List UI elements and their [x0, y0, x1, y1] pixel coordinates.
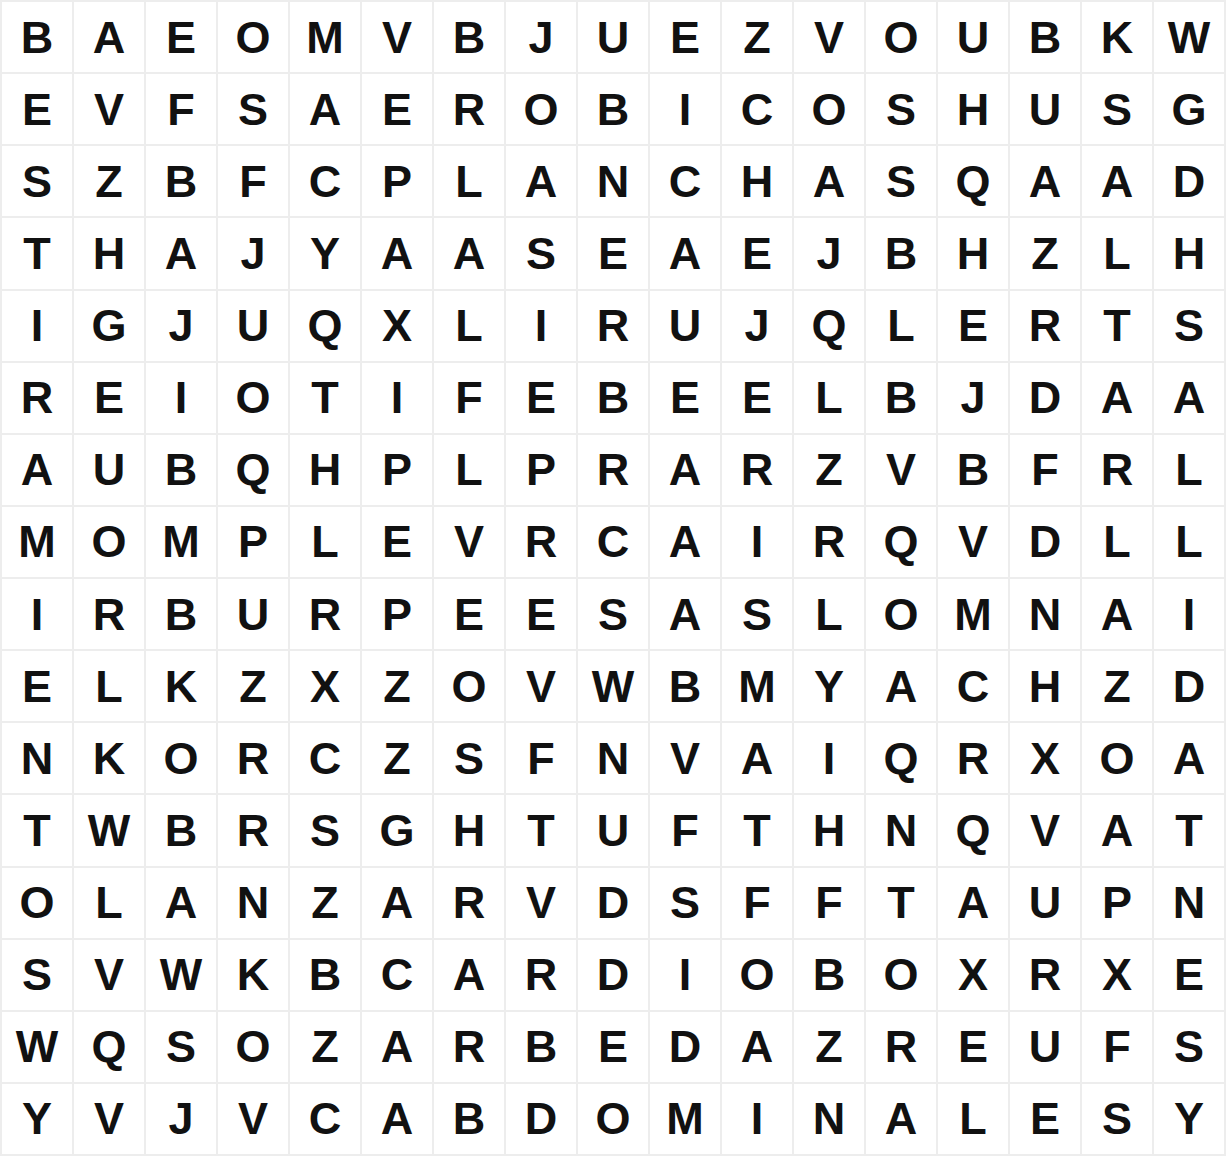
grid-cell[interactable]: E — [506, 363, 576, 433]
grid-cell[interactable]: A — [146, 218, 216, 288]
grid-cell[interactable]: A — [146, 868, 216, 938]
grid-cell[interactable]: S — [146, 1012, 216, 1082]
grid-cell[interactable]: B — [434, 2, 504, 72]
grid-cell[interactable]: A — [290, 74, 360, 144]
grid-cell[interactable]: O — [2, 868, 72, 938]
grid-cell[interactable]: H — [74, 218, 144, 288]
grid-cell[interactable]: A — [74, 2, 144, 72]
grid-cell[interactable]: Q — [938, 146, 1008, 216]
grid-cell[interactable]: F — [1010, 435, 1080, 505]
grid-cell[interactable]: Y — [290, 218, 360, 288]
grid-cell[interactable]: X — [1010, 723, 1080, 793]
grid-cell[interactable]: C — [650, 146, 720, 216]
grid-cell[interactable]: E — [1010, 1084, 1080, 1154]
grid-cell[interactable]: B — [938, 435, 1008, 505]
grid-cell[interactable]: Z — [794, 435, 864, 505]
grid-cell[interactable]: B — [146, 579, 216, 649]
grid-cell[interactable]: V — [362, 2, 432, 72]
grid-cell[interactable]: N — [1154, 868, 1224, 938]
grid-cell[interactable]: A — [650, 507, 720, 577]
grid-cell[interactable]: S — [2, 146, 72, 216]
grid-cell[interactable]: B — [1010, 2, 1080, 72]
grid-cell[interactable]: B — [506, 1012, 576, 1082]
grid-cell[interactable]: P — [362, 435, 432, 505]
grid-cell[interactable]: A — [722, 1012, 792, 1082]
grid-cell[interactable]: S — [650, 868, 720, 938]
grid-cell[interactable]: X — [362, 291, 432, 361]
grid-cell[interactable]: S — [866, 74, 936, 144]
grid-cell[interactable]: Z — [218, 651, 288, 721]
grid-cell[interactable]: A — [362, 218, 432, 288]
grid-cell[interactable]: X — [290, 651, 360, 721]
grid-cell[interactable]: E — [1154, 940, 1224, 1010]
grid-cell[interactable]: R — [722, 435, 792, 505]
grid-cell[interactable]: L — [1082, 218, 1152, 288]
grid-cell[interactable]: F — [146, 74, 216, 144]
grid-cell[interactable]: S — [290, 795, 360, 865]
grid-cell[interactable]: T — [866, 868, 936, 938]
grid-cell[interactable]: A — [506, 146, 576, 216]
grid-cell[interactable]: Y — [794, 651, 864, 721]
grid-cell[interactable]: K — [74, 723, 144, 793]
grid-cell[interactable]: H — [722, 146, 792, 216]
grid-cell[interactable]: I — [722, 1084, 792, 1154]
grid-cell[interactable]: I — [2, 579, 72, 649]
grid-cell[interactable]: G — [74, 291, 144, 361]
grid-cell[interactable]: F — [794, 868, 864, 938]
grid-cell[interactable]: E — [722, 363, 792, 433]
grid-cell[interactable]: H — [1154, 218, 1224, 288]
grid-cell[interactable]: H — [938, 74, 1008, 144]
grid-cell[interactable]: A — [1154, 723, 1224, 793]
grid-cell[interactable]: Z — [794, 1012, 864, 1082]
grid-cell[interactable]: T — [290, 363, 360, 433]
grid-cell[interactable]: U — [218, 291, 288, 361]
grid-cell[interactable]: Z — [290, 1012, 360, 1082]
grid-cell[interactable]: A — [1154, 363, 1224, 433]
grid-cell[interactable]: P — [218, 507, 288, 577]
grid-cell[interactable]: A — [938, 868, 1008, 938]
grid-cell[interactable]: H — [290, 435, 360, 505]
grid-cell[interactable]: I — [722, 507, 792, 577]
grid-cell[interactable]: S — [1082, 1084, 1152, 1154]
grid-cell[interactable]: P — [362, 579, 432, 649]
grid-cell[interactable]: P — [1082, 868, 1152, 938]
grid-cell[interactable]: R — [218, 795, 288, 865]
grid-cell[interactable]: R — [218, 723, 288, 793]
grid-cell[interactable]: S — [2, 940, 72, 1010]
grid-cell[interactable]: R — [1010, 291, 1080, 361]
grid-cell[interactable]: E — [434, 579, 504, 649]
grid-cell[interactable]: V — [434, 507, 504, 577]
grid-cell[interactable]: N — [218, 868, 288, 938]
grid-cell[interactable]: V — [794, 2, 864, 72]
grid-cell[interactable]: W — [74, 795, 144, 865]
grid-cell[interactable]: A — [1010, 146, 1080, 216]
grid-cell[interactable]: B — [434, 1084, 504, 1154]
grid-cell[interactable]: L — [434, 146, 504, 216]
grid-cell[interactable]: D — [578, 940, 648, 1010]
grid-cell[interactable]: B — [146, 146, 216, 216]
grid-cell[interactable]: Z — [722, 2, 792, 72]
grid-cell[interactable]: O — [218, 363, 288, 433]
grid-cell[interactable]: F — [1082, 1012, 1152, 1082]
grid-cell[interactable]: L — [1154, 507, 1224, 577]
grid-cell[interactable]: R — [578, 435, 648, 505]
grid-cell[interactable]: Z — [1082, 651, 1152, 721]
grid-cell[interactable]: N — [866, 795, 936, 865]
grid-cell[interactable]: R — [578, 291, 648, 361]
grid-cell[interactable]: D — [1154, 651, 1224, 721]
grid-cell[interactable]: A — [650, 218, 720, 288]
grid-cell[interactable]: A — [362, 868, 432, 938]
grid-cell[interactable]: L — [794, 579, 864, 649]
grid-cell[interactable]: L — [74, 868, 144, 938]
grid-cell[interactable]: E — [362, 507, 432, 577]
grid-cell[interactable]: L — [74, 651, 144, 721]
grid-cell[interactable]: Z — [362, 723, 432, 793]
grid-cell[interactable]: J — [506, 2, 576, 72]
grid-cell[interactable]: U — [578, 795, 648, 865]
grid-cell[interactable]: O — [866, 940, 936, 1010]
grid-cell[interactable]: Q — [74, 1012, 144, 1082]
grid-cell[interactable]: K — [1082, 2, 1152, 72]
grid-cell[interactable]: M — [650, 1084, 720, 1154]
grid-cell[interactable]: U — [938, 2, 1008, 72]
grid-cell[interactable]: I — [362, 363, 432, 433]
grid-cell[interactable]: W — [578, 651, 648, 721]
grid-cell[interactable]: F — [434, 363, 504, 433]
grid-cell[interactable]: C — [722, 74, 792, 144]
grid-cell[interactable]: Q — [938, 795, 1008, 865]
grid-cell[interactable]: Z — [1010, 218, 1080, 288]
grid-cell[interactable]: S — [1154, 1012, 1224, 1082]
grid-cell[interactable]: R — [434, 1012, 504, 1082]
grid-cell[interactable]: I — [1154, 579, 1224, 649]
grid-cell[interactable]: E — [650, 2, 720, 72]
grid-cell[interactable]: B — [650, 651, 720, 721]
grid-cell[interactable]: O — [506, 74, 576, 144]
grid-cell[interactable]: I — [2, 291, 72, 361]
grid-cell[interactable]: F — [218, 146, 288, 216]
grid-cell[interactable]: C — [290, 146, 360, 216]
grid-cell[interactable]: A — [434, 218, 504, 288]
grid-cell[interactable]: A — [794, 146, 864, 216]
grid-cell[interactable]: L — [1082, 507, 1152, 577]
grid-cell[interactable]: S — [1082, 74, 1152, 144]
grid-cell[interactable]: M — [938, 579, 1008, 649]
grid-cell[interactable]: V — [74, 74, 144, 144]
grid-cell[interactable]: C — [362, 940, 432, 1010]
grid-cell[interactable]: L — [290, 507, 360, 577]
grid-cell[interactable]: L — [866, 291, 936, 361]
grid-cell[interactable]: R — [506, 507, 576, 577]
grid-cell[interactable]: M — [146, 507, 216, 577]
grid-cell[interactable]: H — [1010, 651, 1080, 721]
grid-cell[interactable]: S — [506, 218, 576, 288]
grid-cell[interactable]: A — [866, 651, 936, 721]
grid-cell[interactable]: H — [938, 218, 1008, 288]
grid-cell[interactable]: O — [722, 940, 792, 1010]
grid-cell[interactable]: I — [146, 363, 216, 433]
grid-cell[interactable]: A — [2, 435, 72, 505]
grid-cell[interactable]: W — [146, 940, 216, 1010]
grid-cell[interactable]: O — [578, 1084, 648, 1154]
grid-cell[interactable]: T — [1082, 291, 1152, 361]
grid-cell[interactable]: A — [362, 1012, 432, 1082]
grid-cell[interactable]: Z — [74, 146, 144, 216]
grid-cell[interactable]: V — [218, 1084, 288, 1154]
grid-cell[interactable]: V — [506, 868, 576, 938]
grid-cell[interactable]: R — [1010, 940, 1080, 1010]
grid-cell[interactable]: V — [938, 507, 1008, 577]
grid-cell[interactable]: B — [578, 74, 648, 144]
grid-cell[interactable]: T — [1154, 795, 1224, 865]
grid-cell[interactable]: W — [2, 1012, 72, 1082]
grid-cell[interactable]: A — [1082, 579, 1152, 649]
grid-cell[interactable]: O — [1082, 723, 1152, 793]
grid-cell[interactable]: G — [1154, 74, 1224, 144]
grid-cell[interactable]: A — [362, 1084, 432, 1154]
grid-cell[interactable]: I — [506, 291, 576, 361]
grid-cell[interactable]: R — [866, 1012, 936, 1082]
grid-cell[interactable]: A — [1082, 363, 1152, 433]
grid-cell[interactable]: N — [578, 146, 648, 216]
grid-cell[interactable]: D — [650, 1012, 720, 1082]
grid-cell[interactable]: V — [506, 651, 576, 721]
grid-cell[interactable]: N — [2, 723, 72, 793]
grid-cell[interactable]: F — [722, 868, 792, 938]
grid-cell[interactable]: U — [1010, 1012, 1080, 1082]
grid-cell[interactable]: Q — [866, 723, 936, 793]
grid-cell[interactable]: A — [1082, 795, 1152, 865]
grid-cell[interactable]: V — [74, 1084, 144, 1154]
grid-cell[interactable]: E — [650, 363, 720, 433]
grid-cell[interactable]: R — [506, 940, 576, 1010]
grid-cell[interactable]: M — [722, 651, 792, 721]
grid-cell[interactable]: E — [362, 74, 432, 144]
grid-cell[interactable]: B — [290, 940, 360, 1010]
grid-cell[interactable]: L — [434, 435, 504, 505]
grid-cell[interactable]: O — [146, 723, 216, 793]
grid-cell[interactable]: E — [506, 579, 576, 649]
grid-cell[interactable]: J — [938, 363, 1008, 433]
grid-cell[interactable]: A — [650, 435, 720, 505]
grid-cell[interactable]: J — [146, 1084, 216, 1154]
grid-cell[interactable]: Z — [362, 651, 432, 721]
grid-cell[interactable]: O — [218, 1012, 288, 1082]
grid-cell[interactable]: Z — [290, 868, 360, 938]
grid-cell[interactable]: I — [650, 74, 720, 144]
grid-cell[interactable]: U — [74, 435, 144, 505]
grid-cell[interactable]: F — [650, 795, 720, 865]
grid-cell[interactable]: E — [578, 1012, 648, 1082]
grid-cell[interactable]: I — [794, 723, 864, 793]
grid-cell[interactable]: A — [1082, 146, 1152, 216]
grid-cell[interactable]: S — [434, 723, 504, 793]
grid-cell[interactable]: Y — [2, 1084, 72, 1154]
grid-cell[interactable]: C — [290, 723, 360, 793]
grid-cell[interactable]: C — [938, 651, 1008, 721]
grid-cell[interactable]: R — [938, 723, 1008, 793]
grid-cell[interactable]: L — [434, 291, 504, 361]
grid-cell[interactable]: U — [1010, 868, 1080, 938]
grid-cell[interactable]: D — [1010, 507, 1080, 577]
grid-cell[interactable]: V — [1010, 795, 1080, 865]
grid-cell[interactable]: J — [218, 218, 288, 288]
grid-cell[interactable]: N — [1010, 579, 1080, 649]
grid-cell[interactable]: B — [578, 363, 648, 433]
grid-cell[interactable]: B — [794, 940, 864, 1010]
grid-cell[interactable]: T — [722, 795, 792, 865]
grid-cell[interactable]: S — [218, 74, 288, 144]
grid-cell[interactable]: K — [146, 651, 216, 721]
grid-cell[interactable]: J — [146, 291, 216, 361]
grid-cell[interactable]: H — [434, 795, 504, 865]
grid-cell[interactable]: T — [2, 795, 72, 865]
grid-cell[interactable]: P — [506, 435, 576, 505]
grid-cell[interactable]: L — [1154, 435, 1224, 505]
grid-cell[interactable]: W — [1154, 2, 1224, 72]
grid-cell[interactable]: Q — [218, 435, 288, 505]
grid-cell[interactable]: U — [1010, 74, 1080, 144]
grid-cell[interactable]: T — [2, 218, 72, 288]
grid-cell[interactable]: T — [506, 795, 576, 865]
grid-cell[interactable]: Q — [794, 291, 864, 361]
grid-cell[interactable]: V — [866, 435, 936, 505]
grid-cell[interactable]: S — [578, 579, 648, 649]
grid-cell[interactable]: O — [866, 2, 936, 72]
grid-cell[interactable]: J — [722, 291, 792, 361]
grid-cell[interactable]: O — [218, 2, 288, 72]
grid-cell[interactable]: V — [74, 940, 144, 1010]
grid-cell[interactable]: X — [1082, 940, 1152, 1010]
grid-cell[interactable]: F — [506, 723, 576, 793]
grid-cell[interactable]: O — [434, 651, 504, 721]
grid-cell[interactable]: Q — [866, 507, 936, 577]
grid-cell[interactable]: P — [362, 146, 432, 216]
grid-cell[interactable]: O — [74, 507, 144, 577]
grid-cell[interactable]: V — [650, 723, 720, 793]
grid-cell[interactable]: J — [794, 218, 864, 288]
grid-cell[interactable]: I — [650, 940, 720, 1010]
grid-cell[interactable]: R — [290, 579, 360, 649]
grid-cell[interactable]: O — [866, 579, 936, 649]
grid-cell[interactable]: N — [794, 1084, 864, 1154]
grid-cell[interactable]: E — [938, 1012, 1008, 1082]
grid-cell[interactable]: D — [1010, 363, 1080, 433]
word-search-grid: BAEOMVBJUEZVOUBKWEVFSAEROBICOSHUSGSZBFCP… — [0, 0, 1226, 1156]
grid-cell[interactable]: E — [938, 291, 1008, 361]
grid-cell[interactable]: B — [866, 218, 936, 288]
grid-cell[interactable]: U — [578, 2, 648, 72]
grid-cell[interactable]: D — [1154, 146, 1224, 216]
grid-cell[interactable]: D — [578, 868, 648, 938]
grid-cell[interactable]: C — [290, 1084, 360, 1154]
grid-cell[interactable]: A — [434, 940, 504, 1010]
grid-cell[interactable]: B — [2, 2, 72, 72]
grid-cell[interactable]: B — [146, 795, 216, 865]
grid-cell[interactable]: Y — [1154, 1084, 1224, 1154]
grid-cell[interactable]: E — [2, 74, 72, 144]
grid-cell[interactable]: B — [146, 435, 216, 505]
grid-cell[interactable]: L — [794, 363, 864, 433]
grid-cell[interactable]: E — [146, 2, 216, 72]
grid-cell[interactable]: O — [794, 74, 864, 144]
grid-cell[interactable]: E — [578, 218, 648, 288]
grid-cell[interactable]: Q — [290, 291, 360, 361]
grid-cell[interactable]: R — [2, 363, 72, 433]
grid-cell[interactable]: X — [938, 940, 1008, 1010]
grid-cell[interactable]: U — [650, 291, 720, 361]
grid-cell[interactable]: E — [74, 363, 144, 433]
grid-cell[interactable]: E — [722, 218, 792, 288]
grid-cell[interactable]: M — [290, 2, 360, 72]
grid-cell[interactable]: R — [74, 579, 144, 649]
grid-cell[interactable]: U — [218, 579, 288, 649]
grid-cell[interactable]: R — [434, 868, 504, 938]
grid-cell[interactable]: K — [218, 940, 288, 1010]
grid-cell[interactable]: N — [578, 723, 648, 793]
grid-cell[interactable]: A — [650, 579, 720, 649]
grid-cell[interactable]: C — [578, 507, 648, 577]
grid-cell[interactable]: M — [2, 507, 72, 577]
grid-cell[interactable]: R — [1082, 435, 1152, 505]
grid-cell[interactable]: A — [866, 1084, 936, 1154]
grid-cell[interactable]: R — [434, 74, 504, 144]
grid-cell[interactable]: B — [866, 363, 936, 433]
grid-cell[interactable]: S — [866, 146, 936, 216]
grid-cell[interactable]: L — [938, 1084, 1008, 1154]
grid-cell[interactable]: E — [2, 651, 72, 721]
grid-cell[interactable]: H — [794, 795, 864, 865]
grid-cell[interactable]: G — [362, 795, 432, 865]
grid-cell[interactable]: S — [722, 579, 792, 649]
grid-cell[interactable]: A — [722, 723, 792, 793]
grid-cell[interactable]: D — [506, 1084, 576, 1154]
grid-cell[interactable]: R — [794, 507, 864, 577]
grid-cell[interactable]: S — [1154, 291, 1224, 361]
